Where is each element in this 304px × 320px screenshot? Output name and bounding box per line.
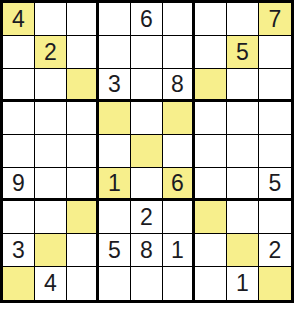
cell-r9c5[interactable] [131, 267, 163, 300]
cell-r1c3[interactable] [67, 3, 99, 36]
cell-r5c5[interactable] [131, 135, 163, 168]
cell-r7c1[interactable] [3, 201, 35, 234]
cell-r1c7[interactable] [195, 3, 227, 36]
cell-r6c7[interactable] [195, 168, 227, 201]
cell-r1c4[interactable] [99, 3, 131, 36]
cell-r9c7[interactable] [195, 267, 227, 300]
cell-r4c7[interactable] [195, 102, 227, 135]
cell-r4c3[interactable] [67, 102, 99, 135]
cell-r1c1[interactable]: 4 [3, 3, 35, 36]
cell-r3c3[interactable] [67, 69, 99, 102]
cell-r2c1[interactable] [3, 36, 35, 69]
cell-r9c6[interactable] [163, 267, 195, 300]
cell-r7c9[interactable] [259, 201, 291, 234]
cell-r6c2[interactable] [35, 168, 67, 201]
cell-r7c2[interactable] [35, 201, 67, 234]
cell-r2c7[interactable] [195, 36, 227, 69]
cell-r8c4[interactable]: 5 [99, 234, 131, 267]
cell-r7c3[interactable] [67, 201, 99, 234]
cell-r2c3[interactable] [67, 36, 99, 69]
cell-r8c7[interactable] [195, 234, 227, 267]
cell-r5c1[interactable] [3, 135, 35, 168]
cell-r6c8[interactable] [227, 168, 259, 201]
cell-r2c4[interactable] [99, 36, 131, 69]
cell-r3c9[interactable] [259, 69, 291, 102]
cell-r2c8[interactable]: 5 [227, 36, 259, 69]
cell-r6c9[interactable]: 5 [259, 168, 291, 201]
cell-r4c4[interactable] [99, 102, 131, 135]
cell-r6c6[interactable]: 6 [163, 168, 195, 201]
cell-r1c9[interactable]: 7 [259, 3, 291, 36]
cell-r8c1[interactable]: 3 [3, 234, 35, 267]
cell-r7c4[interactable] [99, 201, 131, 234]
cell-r5c6[interactable] [163, 135, 195, 168]
cell-r7c6[interactable] [163, 201, 195, 234]
cell-r5c3[interactable] [67, 135, 99, 168]
cell-r3c5[interactable] [131, 69, 163, 102]
cell-r8c2[interactable] [35, 234, 67, 267]
cell-r8c5[interactable]: 8 [131, 234, 163, 267]
cell-r5c4[interactable] [99, 135, 131, 168]
cell-r8c8[interactable] [227, 234, 259, 267]
cell-r9c9[interactable] [259, 267, 291, 300]
sudoku-board: 4672538916523581241 [0, 0, 294, 303]
cell-r9c4[interactable] [99, 267, 131, 300]
cell-r9c3[interactable] [67, 267, 99, 300]
cell-r5c2[interactable] [35, 135, 67, 168]
cell-r6c4[interactable]: 1 [99, 168, 131, 201]
cell-r6c5[interactable] [131, 168, 163, 201]
cell-r9c2[interactable]: 4 [35, 267, 67, 300]
cell-r6c3[interactable] [67, 168, 99, 201]
cell-r8c9[interactable]: 2 [259, 234, 291, 267]
cell-r3c8[interactable] [227, 69, 259, 102]
cell-r5c8[interactable] [227, 135, 259, 168]
cell-r3c6[interactable]: 8 [163, 69, 195, 102]
cell-r3c4[interactable]: 3 [99, 69, 131, 102]
cell-r8c3[interactable] [67, 234, 99, 267]
cell-r2c5[interactable] [131, 36, 163, 69]
cell-r4c8[interactable] [227, 102, 259, 135]
cell-r2c6[interactable] [163, 36, 195, 69]
cell-r2c2[interactable]: 2 [35, 36, 67, 69]
cell-r7c5[interactable]: 2 [131, 201, 163, 234]
cell-r4c1[interactable] [3, 102, 35, 135]
cell-r3c2[interactable] [35, 69, 67, 102]
cell-r4c6[interactable] [163, 102, 195, 135]
cell-r1c6[interactable] [163, 3, 195, 36]
cell-r4c2[interactable] [35, 102, 67, 135]
cell-r4c5[interactable] [131, 102, 163, 135]
cell-r3c7[interactable] [195, 69, 227, 102]
cell-r1c8[interactable] [227, 3, 259, 36]
cell-r7c8[interactable] [227, 201, 259, 234]
cell-r9c8[interactable]: 1 [227, 267, 259, 300]
cell-r7c7[interactable] [195, 201, 227, 234]
cell-r1c5[interactable]: 6 [131, 3, 163, 36]
cell-r6c1[interactable]: 9 [3, 168, 35, 201]
cell-r9c1[interactable] [3, 267, 35, 300]
cell-r5c9[interactable] [259, 135, 291, 168]
cell-r3c1[interactable] [3, 69, 35, 102]
cell-r8c6[interactable]: 1 [163, 234, 195, 267]
cell-r4c9[interactable] [259, 102, 291, 135]
cell-r5c7[interactable] [195, 135, 227, 168]
cell-r2c9[interactable] [259, 36, 291, 69]
cell-r1c2[interactable] [35, 3, 67, 36]
